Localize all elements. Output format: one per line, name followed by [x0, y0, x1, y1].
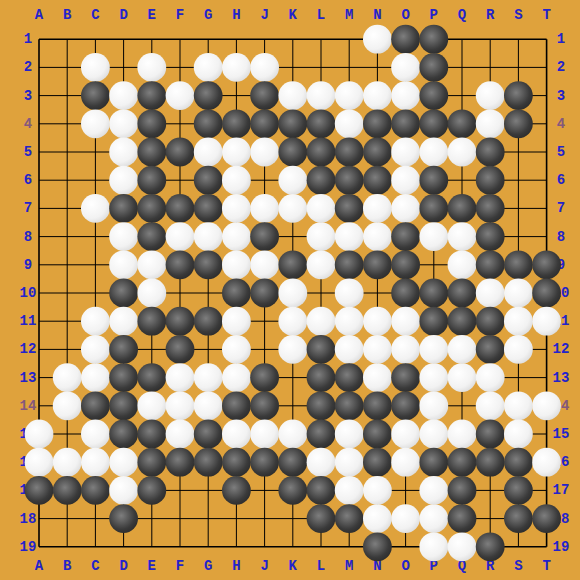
stone-black-K4[interactable]: [278, 109, 307, 138]
stone-black-R7[interactable]: [476, 194, 505, 223]
stone-white-D11[interactable]: [109, 307, 138, 336]
stone-black-T18[interactable]: [532, 504, 561, 533]
stone-white-S15[interactable]: [504, 420, 533, 449]
stone-white-M11[interactable]: [335, 307, 364, 336]
stone-white-P5[interactable]: [419, 138, 448, 167]
stone-black-Q10[interactable]: [448, 279, 477, 308]
stone-white-K7[interactable]: [278, 194, 307, 223]
column-label-top-F: F: [176, 7, 184, 23]
stone-white-F14[interactable]: [166, 391, 195, 420]
stone-white-O11[interactable]: [391, 307, 420, 336]
stone-black-P4[interactable]: [419, 109, 448, 138]
stone-white-O5[interactable]: [391, 138, 420, 167]
stone-black-P11[interactable]: [419, 307, 448, 336]
column-label-top-O: O: [401, 7, 409, 23]
stone-white-S11[interactable]: [504, 307, 533, 336]
stone-black-L5[interactable]: [307, 138, 336, 167]
stone-black-F11[interactable]: [166, 307, 195, 336]
stone-white-N11[interactable]: [363, 307, 392, 336]
stone-black-B17[interactable]: [53, 476, 82, 505]
stone-black-S16[interactable]: [504, 448, 533, 477]
column-label-bottom-O: O: [401, 558, 409, 574]
stone-white-O6[interactable]: [391, 166, 420, 195]
stone-white-H5[interactable]: [222, 138, 251, 167]
stone-white-Q5[interactable]: [448, 138, 477, 167]
row-label-right-6: 6: [557, 172, 565, 188]
stone-black-E8[interactable]: [137, 222, 166, 251]
stone-white-E2[interactable]: [137, 53, 166, 82]
stone-white-S10[interactable]: [504, 279, 533, 308]
column-label-bottom-T: T: [542, 558, 550, 574]
stone-white-F3[interactable]: [166, 81, 195, 110]
stone-white-H6[interactable]: [222, 166, 251, 195]
stone-black-N14[interactable]: [363, 391, 392, 420]
stone-black-N15[interactable]: [363, 420, 392, 449]
stone-black-R15[interactable]: [476, 420, 505, 449]
stone-white-L11[interactable]: [307, 307, 336, 336]
stone-black-C3[interactable]: [81, 81, 110, 110]
stone-white-O18[interactable]: [391, 504, 420, 533]
column-label-bottom-K: K: [289, 558, 298, 574]
stone-white-C4[interactable]: [81, 109, 110, 138]
stone-white-D8[interactable]: [109, 222, 138, 251]
stone-white-K10[interactable]: [278, 279, 307, 308]
stone-black-Q7[interactable]: [448, 194, 477, 223]
row-label-left-11: 11: [20, 313, 37, 329]
stone-white-D16[interactable]: [109, 448, 138, 477]
column-label-bottom-B: B: [63, 558, 72, 574]
stone-white-H11[interactable]: [222, 307, 251, 336]
stone-white-C12[interactable]: [81, 335, 110, 364]
stone-black-K5[interactable]: [278, 138, 307, 167]
stone-white-M4[interactable]: [335, 109, 364, 138]
stone-black-O4[interactable]: [391, 109, 420, 138]
column-label-bottom-G: G: [204, 558, 212, 574]
stone-white-O12[interactable]: [391, 335, 420, 364]
row-label-left-4: 4: [24, 116, 32, 132]
stone-white-G13[interactable]: [194, 363, 223, 392]
stone-white-C2[interactable]: [81, 53, 110, 82]
stone-black-J4[interactable]: [250, 109, 279, 138]
stone-white-H9[interactable]: [222, 250, 251, 279]
stone-black-S9[interactable]: [504, 250, 533, 279]
row-label-left-1: 1: [24, 31, 32, 47]
stone-white-H8[interactable]: [222, 222, 251, 251]
stone-black-G6[interactable]: [194, 166, 223, 195]
stone-black-Q18[interactable]: [448, 504, 477, 533]
stone-black-H14[interactable]: [222, 391, 251, 420]
stone-black-P6[interactable]: [419, 166, 448, 195]
stone-white-S12[interactable]: [504, 335, 533, 364]
stone-black-R16[interactable]: [476, 448, 505, 477]
go-board[interactable]: AABBCCDDEEFFGGHHJJKKLLMMNNOOPPQQRRSSTT11…: [0, 0, 580, 580]
stone-black-E15[interactable]: [137, 420, 166, 449]
column-label-top-C: C: [91, 7, 100, 23]
row-label-left-19: 19: [20, 539, 37, 555]
stone-black-L15[interactable]: [307, 420, 336, 449]
stone-black-J3[interactable]: [250, 81, 279, 110]
stone-black-M7[interactable]: [335, 194, 364, 223]
stone-black-O14[interactable]: [391, 391, 420, 420]
stone-black-J10[interactable]: [250, 279, 279, 308]
stone-white-Q15[interactable]: [448, 420, 477, 449]
stone-black-L12[interactable]: [307, 335, 336, 364]
row-label-left-7: 7: [24, 200, 32, 216]
stone-black-H10[interactable]: [222, 279, 251, 308]
stone-black-D13[interactable]: [109, 363, 138, 392]
stone-black-D14[interactable]: [109, 391, 138, 420]
stone-black-D7[interactable]: [109, 194, 138, 223]
stone-black-D12[interactable]: [109, 335, 138, 364]
stone-white-A16[interactable]: [25, 448, 54, 477]
row-label-left-6: 6: [24, 172, 32, 188]
stone-white-Q19[interactable]: [448, 532, 477, 561]
column-label-bottom-J: J: [260, 558, 268, 574]
column-label-top-K: K: [289, 7, 298, 23]
stone-black-G16[interactable]: [194, 448, 223, 477]
stone-white-J7[interactable]: [250, 194, 279, 223]
stone-black-L14[interactable]: [307, 391, 336, 420]
column-label-bottom-H: H: [232, 558, 240, 574]
row-label-right-19: 19: [553, 539, 570, 555]
stone-white-K11[interactable]: [278, 307, 307, 336]
row-label-right-4: 4: [557, 116, 565, 132]
stone-white-C13[interactable]: [81, 363, 110, 392]
stone-white-R10[interactable]: [476, 279, 505, 308]
stone-black-R19[interactable]: [476, 532, 505, 561]
column-label-bottom-D: D: [119, 558, 127, 574]
column-label-top-P: P: [430, 7, 438, 23]
stone-black-Q11[interactable]: [448, 307, 477, 336]
column-label-top-N: N: [373, 7, 381, 23]
stone-black-E11[interactable]: [137, 307, 166, 336]
stone-white-P8[interactable]: [419, 222, 448, 251]
stone-white-C15[interactable]: [81, 420, 110, 449]
row-label-right-5: 5: [557, 144, 565, 160]
stone-black-P7[interactable]: [419, 194, 448, 223]
stone-black-F5[interactable]: [166, 138, 195, 167]
stone-white-L9[interactable]: [307, 250, 336, 279]
stone-white-T14[interactable]: [532, 391, 561, 420]
stone-white-O7[interactable]: [391, 194, 420, 223]
stone-white-A15[interactable]: [25, 420, 54, 449]
stone-white-N3[interactable]: [363, 81, 392, 110]
stone-white-P18[interactable]: [419, 504, 448, 533]
stone-black-J13[interactable]: [250, 363, 279, 392]
stone-black-L17[interactable]: [307, 476, 336, 505]
stone-black-E13[interactable]: [137, 363, 166, 392]
stone-black-Q17[interactable]: [448, 476, 477, 505]
stone-black-P3[interactable]: [419, 81, 448, 110]
row-label-right-12: 12: [553, 341, 570, 357]
stone-white-N7[interactable]: [363, 194, 392, 223]
stone-black-F9[interactable]: [166, 250, 195, 279]
stone-white-P17[interactable]: [419, 476, 448, 505]
stone-white-O15[interactable]: [391, 420, 420, 449]
stone-black-P16[interactable]: [419, 448, 448, 477]
stone-white-H2[interactable]: [222, 53, 251, 82]
stone-white-P12[interactable]: [419, 335, 448, 364]
stone-white-E10[interactable]: [137, 279, 166, 308]
column-label-top-S: S: [514, 7, 522, 23]
row-label-left-5: 5: [24, 144, 32, 160]
column-label-bottom-E: E: [148, 558, 156, 574]
stone-white-K6[interactable]: [278, 166, 307, 195]
column-label-bottom-S: S: [514, 558, 522, 574]
stone-black-R5[interactable]: [476, 138, 505, 167]
stone-black-E6[interactable]: [137, 166, 166, 195]
stone-white-M15[interactable]: [335, 420, 364, 449]
column-label-top-D: D: [119, 7, 127, 23]
stone-black-K16[interactable]: [278, 448, 307, 477]
stone-black-S3[interactable]: [504, 81, 533, 110]
stone-white-F13[interactable]: [166, 363, 195, 392]
stone-black-H4[interactable]: [222, 109, 251, 138]
row-label-right-13: 13: [553, 370, 570, 386]
stone-black-P2[interactable]: [419, 53, 448, 82]
stone-black-R12[interactable]: [476, 335, 505, 364]
row-label-right-1: 1: [557, 31, 565, 47]
stone-white-F8[interactable]: [166, 222, 195, 251]
column-label-top-J: J: [260, 7, 268, 23]
stone-black-T9[interactable]: [532, 250, 561, 279]
stone-white-M16[interactable]: [335, 448, 364, 477]
row-label-left-12: 12: [20, 341, 37, 357]
stone-white-D5[interactable]: [109, 138, 138, 167]
row-label-left-9: 9: [24, 257, 32, 273]
stone-black-R11[interactable]: [476, 307, 505, 336]
column-label-top-M: M: [345, 7, 353, 23]
row-label-left-10: 10: [20, 285, 37, 301]
stone-white-P13[interactable]: [419, 363, 448, 392]
stone-white-E14[interactable]: [137, 391, 166, 420]
stone-black-O1[interactable]: [391, 25, 420, 54]
row-label-left-14: 14: [20, 398, 37, 414]
stone-black-M6[interactable]: [335, 166, 364, 195]
column-label-bottom-A: A: [35, 558, 44, 574]
stone-black-G3[interactable]: [194, 81, 223, 110]
stone-white-C16[interactable]: [81, 448, 110, 477]
stone-black-S17[interactable]: [504, 476, 533, 505]
stone-white-J5[interactable]: [250, 138, 279, 167]
stone-white-J2[interactable]: [250, 53, 279, 82]
stone-white-M12[interactable]: [335, 335, 364, 364]
stone-white-C11[interactable]: [81, 307, 110, 336]
stone-white-T16[interactable]: [532, 448, 561, 477]
stone-white-L8[interactable]: [307, 222, 336, 251]
stone-black-R8[interactable]: [476, 222, 505, 251]
column-label-bottom-L: L: [317, 558, 325, 574]
stone-white-Q8[interactable]: [448, 222, 477, 251]
stone-white-S14[interactable]: [504, 391, 533, 420]
stone-white-H12[interactable]: [222, 335, 251, 364]
stone-white-M8[interactable]: [335, 222, 364, 251]
stone-black-M5[interactable]: [335, 138, 364, 167]
stone-black-F16[interactable]: [166, 448, 195, 477]
column-label-top-Q: Q: [458, 7, 466, 23]
stone-black-E4[interactable]: [137, 109, 166, 138]
stone-white-P15[interactable]: [419, 420, 448, 449]
stone-black-G15[interactable]: [194, 420, 223, 449]
stone-black-G9[interactable]: [194, 250, 223, 279]
stone-black-K9[interactable]: [278, 250, 307, 279]
stone-white-P19[interactable]: [419, 532, 448, 561]
stone-white-Q12[interactable]: [448, 335, 477, 364]
stone-white-G8[interactable]: [194, 222, 223, 251]
column-label-top-H: H: [232, 7, 240, 23]
stone-white-L7[interactable]: [307, 194, 336, 223]
stone-black-M13[interactable]: [335, 363, 364, 392]
stone-white-J9[interactable]: [250, 250, 279, 279]
stone-white-R13[interactable]: [476, 363, 505, 392]
stone-white-K12[interactable]: [278, 335, 307, 364]
stone-white-T11[interactable]: [532, 307, 561, 336]
stone-white-B14[interactable]: [53, 391, 82, 420]
stone-white-D17[interactable]: [109, 476, 138, 505]
column-label-top-B: B: [63, 7, 72, 23]
stone-white-L16[interactable]: [307, 448, 336, 477]
stone-black-L6[interactable]: [307, 166, 336, 195]
stone-black-F12[interactable]: [166, 335, 195, 364]
stone-black-R9[interactable]: [476, 250, 505, 279]
stone-black-J14[interactable]: [250, 391, 279, 420]
stone-black-E3[interactable]: [137, 81, 166, 110]
stone-black-O10[interactable]: [391, 279, 420, 308]
stone-white-H7[interactable]: [222, 194, 251, 223]
stone-black-Q4[interactable]: [448, 109, 477, 138]
stone-white-E9[interactable]: [137, 250, 166, 279]
stone-white-N17[interactable]: [363, 476, 392, 505]
stone-black-O9[interactable]: [391, 250, 420, 279]
stone-white-L3[interactable]: [307, 81, 336, 110]
stone-white-K3[interactable]: [278, 81, 307, 110]
stone-white-R14[interactable]: [476, 391, 505, 420]
stone-white-F15[interactable]: [166, 420, 195, 449]
stone-white-G5[interactable]: [194, 138, 223, 167]
stone-black-M9[interactable]: [335, 250, 364, 279]
stone-white-J15[interactable]: [250, 420, 279, 449]
stone-black-K17[interactable]: [278, 476, 307, 505]
stone-white-N1[interactable]: [363, 25, 392, 54]
stone-white-G2[interactable]: [194, 53, 223, 82]
stone-white-P14[interactable]: [419, 391, 448, 420]
row-label-left-18: 18: [20, 511, 37, 527]
stone-black-H17[interactable]: [222, 476, 251, 505]
stone-white-N18[interactable]: [363, 504, 392, 533]
stone-black-S18[interactable]: [504, 504, 533, 533]
stone-black-G7[interactable]: [194, 194, 223, 223]
stone-black-N16[interactable]: [363, 448, 392, 477]
stone-black-E5[interactable]: [137, 138, 166, 167]
stone-white-M3[interactable]: [335, 81, 364, 110]
stone-black-M18[interactable]: [335, 504, 364, 533]
stone-black-R6[interactable]: [476, 166, 505, 195]
stone-black-P1[interactable]: [419, 25, 448, 54]
stone-black-P10[interactable]: [419, 279, 448, 308]
stone-black-G11[interactable]: [194, 307, 223, 336]
stone-black-L13[interactable]: [307, 363, 336, 392]
stone-black-L18[interactable]: [307, 504, 336, 533]
column-label-bottom-C: C: [91, 558, 100, 574]
stone-white-H15[interactable]: [222, 420, 251, 449]
stone-white-N13[interactable]: [363, 363, 392, 392]
row-label-right-15: 15: [553, 426, 570, 442]
stone-black-T10[interactable]: [532, 279, 561, 308]
row-label-left-3: 3: [24, 88, 32, 104]
stone-black-H16[interactable]: [222, 448, 251, 477]
stone-black-N4[interactable]: [363, 109, 392, 138]
row-label-left-2: 2: [24, 59, 32, 75]
stone-white-M17[interactable]: [335, 476, 364, 505]
row-label-right-2: 2: [557, 59, 565, 75]
stone-white-D3[interactable]: [109, 81, 138, 110]
column-label-top-T: T: [542, 7, 550, 23]
stone-black-J8[interactable]: [250, 222, 279, 251]
stone-black-F7[interactable]: [166, 194, 195, 223]
stone-white-R3[interactable]: [476, 81, 505, 110]
stone-black-Q16[interactable]: [448, 448, 477, 477]
stone-white-N8[interactable]: [363, 222, 392, 251]
stone-black-M14[interactable]: [335, 391, 364, 420]
stone-white-M10[interactable]: [335, 279, 364, 308]
column-label-top-L: L: [317, 7, 325, 23]
row-label-left-8: 8: [24, 229, 32, 245]
stone-white-O3[interactable]: [391, 81, 420, 110]
stone-black-G4[interactable]: [194, 109, 223, 138]
stone-white-G14[interactable]: [194, 391, 223, 420]
stone-black-S4[interactable]: [504, 109, 533, 138]
stone-black-N19[interactable]: [363, 532, 392, 561]
stone-white-O2[interactable]: [391, 53, 420, 82]
column-label-bottom-M: M: [345, 558, 353, 574]
stone-black-E17[interactable]: [137, 476, 166, 505]
stone-black-J16[interactable]: [250, 448, 279, 477]
stone-white-D9[interactable]: [109, 250, 138, 279]
stone-white-D4[interactable]: [109, 109, 138, 138]
stone-black-D15[interactable]: [109, 420, 138, 449]
stone-white-O16[interactable]: [391, 448, 420, 477]
row-label-right-7: 7: [557, 200, 565, 216]
stone-black-O13[interactable]: [391, 363, 420, 392]
stone-black-N9[interactable]: [363, 250, 392, 279]
stone-white-D6[interactable]: [109, 166, 138, 195]
column-label-top-E: E: [148, 7, 156, 23]
stone-white-B13[interactable]: [53, 363, 82, 392]
stone-black-E7[interactable]: [137, 194, 166, 223]
row-label-right-17: 17: [553, 482, 570, 498]
stone-white-C7[interactable]: [81, 194, 110, 223]
stone-white-N12[interactable]: [363, 335, 392, 364]
stone-white-Q13[interactable]: [448, 363, 477, 392]
column-label-bottom-F: F: [176, 558, 184, 574]
stone-black-D18[interactable]: [109, 504, 138, 533]
stone-black-L4[interactable]: [307, 109, 336, 138]
stone-black-N5[interactable]: [363, 138, 392, 167]
stone-white-R4[interactable]: [476, 109, 505, 138]
stone-white-B16[interactable]: [53, 448, 82, 477]
stone-black-E16[interactable]: [137, 448, 166, 477]
stone-black-D10[interactable]: [109, 279, 138, 308]
stone-white-Q9[interactable]: [448, 250, 477, 279]
stone-black-A17[interactable]: [25, 476, 54, 505]
column-label-top-R: R: [486, 7, 495, 23]
stone-black-C14[interactable]: [81, 391, 110, 420]
stone-white-H13[interactable]: [222, 363, 251, 392]
stone-white-K15[interactable]: [278, 420, 307, 449]
stone-black-O8[interactable]: [391, 222, 420, 251]
stone-black-N6[interactable]: [363, 166, 392, 195]
stone-black-C17[interactable]: [81, 476, 110, 505]
